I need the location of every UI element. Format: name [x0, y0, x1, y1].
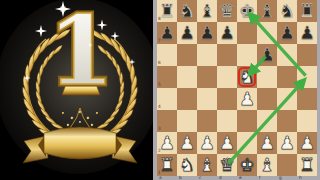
- rank-label-5: 5: [158, 82, 161, 87]
- square-g2[interactable]: ♟: [277, 132, 297, 154]
- square-f8[interactable]: ♝: [257, 0, 277, 22]
- rank-label-6: 6: [158, 60, 161, 65]
- square-a4[interactable]: 4: [157, 88, 177, 110]
- piece-black-pawn-b7[interactable]: ♟: [177, 22, 197, 44]
- piece-black-knight-b8[interactable]: ♞: [177, 0, 197, 22]
- piece-white-bishop-c1[interactable]: ♝: [197, 154, 217, 176]
- square-g7[interactable]: ♟: [277, 22, 297, 44]
- file-label-e: e: [239, 175, 242, 180]
- square-b1[interactable]: ♞: [177, 154, 197, 176]
- piece-black-pawn-f6[interactable]: ♟: [257, 44, 277, 66]
- square-c5[interactable]: [197, 66, 217, 88]
- square-g4[interactable]: [277, 88, 297, 110]
- square-b2[interactable]: ♟: [177, 132, 197, 154]
- square-e6[interactable]: [237, 44, 257, 66]
- file-label-c: c: [199, 175, 201, 180]
- square-e8[interactable]: ♚: [237, 0, 257, 22]
- square-a6[interactable]: 6: [157, 44, 177, 66]
- file-label-g: g: [279, 175, 282, 180]
- square-f6[interactable]: ♟: [257, 44, 277, 66]
- square-b8[interactable]: ♞: [177, 0, 197, 22]
- piece-white-pawn-d2[interactable]: ♟: [217, 132, 237, 154]
- square-f4[interactable]: [257, 88, 277, 110]
- piece-black-bishop-f8[interactable]: ♝: [257, 0, 277, 22]
- piece-white-queen-d1[interactable]: ♛: [217, 154, 237, 176]
- thumbnail: 1 1 8♜♞♝♛♚♝♞♜7♟♟♟♟♟♟6♟5♞4♟32♟♟♟♟♟♟♟1♜♞♝♛…: [0, 0, 320, 180]
- square-h5[interactable]: [297, 66, 317, 88]
- chess-app-frame: 8♜♞♝♛♚♝♞♜7♟♟♟♟♟♟6♟5♞4♟32♟♟♟♟♟♟♟1♜♞♝♛♚♝♜ …: [153, 0, 320, 180]
- square-d7[interactable]: ♟: [217, 22, 237, 44]
- square-d3[interactable]: [217, 110, 237, 132]
- square-h6[interactable]: [297, 44, 317, 66]
- piece-white-pawn-a2[interactable]: ♟: [157, 132, 177, 154]
- square-d1[interactable]: ♛: [217, 154, 237, 176]
- piece-white-pawn-f2[interactable]: ♟: [257, 132, 277, 154]
- square-g5[interactable]: [277, 66, 297, 88]
- piece-black-bishop-c8[interactable]: ♝: [197, 0, 217, 22]
- file-label-b: b: [179, 175, 182, 180]
- piece-black-pawn-a7[interactable]: ♟: [157, 22, 177, 44]
- file-label-f: f: [259, 175, 261, 180]
- square-f3[interactable]: [257, 110, 277, 132]
- square-d5[interactable]: [217, 66, 237, 88]
- square-h1[interactable]: ♜: [297, 154, 317, 176]
- square-c7[interactable]: ♟: [197, 22, 217, 44]
- square-a8[interactable]: 8♜: [157, 0, 177, 22]
- square-f2[interactable]: ♟: [257, 132, 277, 154]
- piece-white-pawn-e4[interactable]: ♟: [237, 88, 257, 110]
- square-e2[interactable]: [237, 132, 257, 154]
- square-a7[interactable]: 7♟: [157, 22, 177, 44]
- piece-black-pawn-h7[interactable]: ♟: [297, 22, 317, 44]
- chess-board: 8♜♞♝♛♚♝♞♜7♟♟♟♟♟♟6♟5♞4♟32♟♟♟♟♟♟♟1♜♞♝♛♚♝♜: [157, 0, 317, 176]
- square-c3[interactable]: [197, 110, 217, 132]
- piece-black-queen-d8[interactable]: ♛: [217, 0, 237, 22]
- square-e3[interactable]: [237, 110, 257, 132]
- square-e5[interactable]: ♞: [237, 66, 257, 88]
- square-c2[interactable]: ♟: [197, 132, 217, 154]
- square-b3[interactable]: [177, 110, 197, 132]
- piece-white-pawn-h2[interactable]: ♟: [297, 132, 317, 154]
- number-one-face: 1: [48, 0, 115, 107]
- square-g8[interactable]: ♞: [277, 0, 297, 22]
- piece-white-bishop-f1[interactable]: ♝: [257, 154, 277, 176]
- piece-black-pawn-c7[interactable]: ♟: [197, 22, 217, 44]
- square-g6[interactable]: [277, 44, 297, 66]
- piece-black-pawn-g7[interactable]: ♟: [277, 22, 297, 44]
- piece-white-king-e1[interactable]: ♚: [237, 154, 257, 176]
- square-f1[interactable]: ♝: [257, 154, 277, 176]
- square-e7[interactable]: [237, 22, 257, 44]
- square-g3[interactable]: [277, 110, 297, 132]
- square-h2[interactable]: ♟: [297, 132, 317, 154]
- piece-white-rook-a1[interactable]: ♜: [157, 154, 177, 176]
- square-h8[interactable]: ♜: [297, 0, 317, 22]
- square-f5[interactable]: [257, 66, 277, 88]
- piece-black-pawn-d7[interactable]: ♟: [217, 22, 237, 44]
- piece-black-rook-h8[interactable]: ♜: [297, 0, 317, 22]
- piece-white-knight-b1[interactable]: ♞: [177, 154, 197, 176]
- square-d6[interactable]: [217, 44, 237, 66]
- square-a1[interactable]: 1♜: [157, 154, 177, 176]
- square-d4[interactable]: [217, 88, 237, 110]
- piece-black-rook-a8[interactable]: ♜: [157, 0, 177, 22]
- square-a3[interactable]: 3: [157, 110, 177, 132]
- square-b4[interactable]: [177, 88, 197, 110]
- square-e4[interactable]: ♟: [237, 88, 257, 110]
- piece-white-knight-e5[interactable]: ♞: [237, 66, 257, 88]
- square-h7[interactable]: ♟: [297, 22, 317, 44]
- square-b6[interactable]: [177, 44, 197, 66]
- file-coordinates: abcdefgh: [157, 175, 317, 180]
- rank-label-4: 4: [158, 104, 161, 109]
- square-a2[interactable]: 2♟: [157, 132, 177, 154]
- square-b7[interactable]: ♟: [177, 22, 197, 44]
- square-h3[interactable]: [297, 110, 317, 132]
- piece-black-knight-g8[interactable]: ♞: [277, 0, 297, 22]
- square-g1[interactable]: [277, 154, 297, 176]
- number-one: 1 1: [48, 0, 115, 107]
- piece-white-rook-h1[interactable]: ♜: [297, 154, 317, 176]
- file-label-a: a: [159, 175, 162, 180]
- square-c4[interactable]: [197, 88, 217, 110]
- file-label-d: d: [219, 175, 222, 180]
- square-a5[interactable]: 5: [157, 66, 177, 88]
- piece-black-king-e8[interactable]: ♚: [237, 0, 257, 22]
- award-graphic: 1 1: [0, 0, 153, 180]
- square-c8[interactable]: ♝: [197, 0, 217, 22]
- square-d8[interactable]: ♛: [217, 0, 237, 22]
- square-b5[interactable]: [177, 66, 197, 88]
- file-label-h: h: [299, 175, 302, 180]
- square-d2[interactable]: ♟: [217, 132, 237, 154]
- square-f7[interactable]: [257, 22, 277, 44]
- square-c6[interactable]: [197, 44, 217, 66]
- square-e1[interactable]: ♚: [237, 154, 257, 176]
- square-h4[interactable]: [297, 88, 317, 110]
- piece-white-pawn-g2[interactable]: ♟: [277, 132, 297, 154]
- rank-label-3: 3: [158, 126, 161, 131]
- award-art-svg: 1 1: [0, 0, 153, 180]
- piece-white-pawn-c2[interactable]: ♟: [197, 132, 217, 154]
- square-c1[interactable]: ♝: [197, 154, 217, 176]
- piece-white-pawn-b2[interactable]: ♟: [177, 132, 197, 154]
